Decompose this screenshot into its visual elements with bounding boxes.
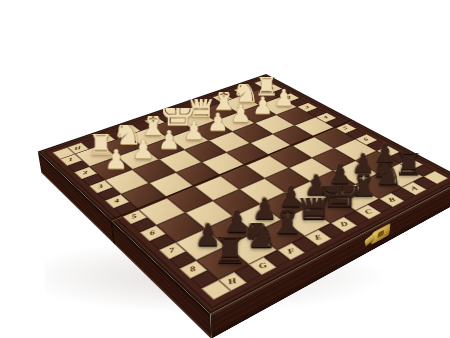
file-label-e: E bbox=[151, 119, 158, 123]
file-label-h: H bbox=[227, 277, 238, 286]
rank-label-5: 5 bbox=[342, 126, 349, 130]
rank-label-5: 5 bbox=[131, 213, 138, 219]
rank-label-4: 4 bbox=[323, 115, 330, 119]
rank-label-8: 8 bbox=[189, 265, 197, 273]
file-label-f: F bbox=[286, 248, 296, 256]
file-label-c: C bbox=[197, 104, 204, 108]
file-label-g: G bbox=[257, 262, 268, 270]
rank-label-3: 3 bbox=[98, 184, 104, 190]
product-photo-scene: HGFEDCBA HGFEDCBA 12345678 12345678 ♜♞♝♚… bbox=[0, 0, 450, 338]
file-label-h: H bbox=[74, 146, 82, 151]
rank-label-4: 4 bbox=[114, 198, 120, 204]
file-label-f: F bbox=[127, 128, 134, 133]
rank-label-2: 2 bbox=[83, 170, 89, 175]
file-label-d: D bbox=[338, 221, 349, 228]
file-label-a: A bbox=[409, 186, 419, 192]
rank-label-7: 7 bbox=[169, 247, 176, 254]
file-label-a: A bbox=[240, 89, 247, 93]
file-label-b: B bbox=[387, 197, 397, 203]
rank-label-6: 6 bbox=[149, 230, 156, 237]
file-label-e: E bbox=[313, 234, 323, 241]
file-label-b: B bbox=[219, 96, 226, 100]
file-label-c: C bbox=[363, 209, 373, 216]
rank-label-3: 3 bbox=[304, 105, 310, 109]
rank-label-1: 1 bbox=[68, 157, 73, 162]
brass-clasp-icon bbox=[371, 223, 391, 245]
